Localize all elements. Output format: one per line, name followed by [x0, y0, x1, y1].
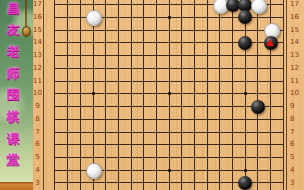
board-point-C13[interactable] — [74, 49, 87, 62]
board-point-H10[interactable] — [137, 87, 150, 100]
board-point-O5[interactable] — [214, 151, 227, 164]
board-point-O15[interactable] — [214, 24, 227, 37]
board-point-C17[interactable] — [74, 0, 87, 11]
board-point-J11[interactable] — [150, 75, 163, 88]
board-point-M7[interactable] — [188, 126, 201, 139]
board-point-Q13[interactable] — [239, 49, 252, 62]
board-point-M9[interactable] — [188, 100, 201, 113]
board-point-G13[interactable] — [125, 49, 138, 62]
board-point-J15[interactable] — [150, 24, 163, 37]
board-point-N10[interactable] — [201, 87, 214, 100]
board-point-S6[interactable] — [264, 138, 277, 151]
board-point-A9[interactable] — [49, 100, 62, 113]
board-point-D13[interactable] — [87, 49, 100, 62]
board-point-L3[interactable] — [176, 177, 189, 190]
board-point-O9[interactable] — [214, 100, 227, 113]
board-point-P12[interactable] — [226, 62, 239, 75]
board-point-M2[interactable] — [188, 189, 201, 190]
board-point-J5[interactable] — [150, 151, 163, 164]
board-point-Q15[interactable] — [239, 24, 252, 37]
board-point-P6[interactable] — [226, 138, 239, 151]
board-point-N4[interactable] — [201, 164, 214, 177]
board-point-O10[interactable] — [214, 87, 227, 100]
board-point-N3[interactable] — [201, 177, 214, 190]
board-point-Q4[interactable] — [239, 164, 252, 177]
board-point-L6[interactable] — [176, 138, 189, 151]
board-point-R12[interactable] — [252, 62, 265, 75]
board-point-B16[interactable] — [61, 11, 74, 24]
board-point-D4[interactable] — [87, 164, 100, 177]
board-point-L12[interactable] — [176, 62, 189, 75]
board-point-R8[interactable] — [252, 113, 265, 126]
board-point-F4[interactable] — [112, 164, 125, 177]
board-point-D17[interactable] — [87, 0, 100, 11]
board-point-S15[interactable] — [264, 24, 277, 37]
board-point-C4[interactable] — [74, 164, 87, 177]
board-point-B2[interactable] — [61, 189, 74, 190]
board-point-M6[interactable] — [188, 138, 201, 151]
board-point-E13[interactable] — [99, 49, 112, 62]
board-point-G9[interactable] — [125, 100, 138, 113]
board-point-P4[interactable] — [226, 164, 239, 177]
board-point-A10[interactable] — [49, 87, 62, 100]
board-point-L11[interactable] — [176, 75, 189, 88]
board-point-J10[interactable] — [150, 87, 163, 100]
board-point-M3[interactable] — [188, 177, 201, 190]
board-point-G11[interactable] — [125, 75, 138, 88]
board-point-A2[interactable] — [49, 189, 62, 190]
board-point-N6[interactable] — [201, 138, 214, 151]
board-point-N17[interactable] — [201, 0, 214, 11]
board-point-S12[interactable] — [264, 62, 277, 75]
board-point-D14[interactable] — [87, 37, 100, 50]
board-point-D10[interactable] — [87, 87, 100, 100]
board-point-C3[interactable] — [74, 177, 87, 190]
board-point-L16[interactable] — [176, 11, 189, 24]
board-point-J2[interactable] — [150, 189, 163, 190]
board-point-G15[interactable] — [125, 24, 138, 37]
board-point-S2[interactable] — [264, 189, 277, 190]
board-point-E12[interactable] — [99, 62, 112, 75]
board-point-B15[interactable] — [61, 24, 74, 37]
board-point-H15[interactable] — [137, 24, 150, 37]
board-point-R11[interactable] — [252, 75, 265, 88]
board-point-F3[interactable] — [112, 177, 125, 190]
board-point-R5[interactable] — [252, 151, 265, 164]
board-point-J6[interactable] — [150, 138, 163, 151]
board-point-K10[interactable] — [163, 87, 176, 100]
board-point-O13[interactable] — [214, 49, 227, 62]
board-point-C7[interactable] — [74, 126, 87, 139]
board-point-D16[interactable] — [87, 11, 100, 24]
board-point-Q16[interactable] — [239, 11, 252, 24]
board-point-N14[interactable] — [201, 37, 214, 50]
row-label: 6 — [33, 140, 42, 149]
board-point-K13[interactable] — [163, 49, 176, 62]
board-point-B11[interactable] — [61, 75, 74, 88]
board-point-Q14[interactable] — [239, 37, 252, 50]
go-app-window: 昌友老师围棋课堂 17161514131211109876543 1716151… — [0, 0, 304, 190]
board-point-N8[interactable] — [201, 113, 214, 126]
board-point-A13[interactable] — [49, 49, 62, 62]
board-point-C6[interactable] — [74, 138, 87, 151]
board-point-Q11[interactable] — [239, 75, 252, 88]
board-point-M11[interactable] — [188, 75, 201, 88]
board-point-Q17[interactable] — [239, 0, 252, 11]
row-label: 14 — [33, 38, 42, 47]
board-point-R6[interactable] — [252, 138, 265, 151]
board-point-O14[interactable] — [214, 37, 227, 50]
board-point-S3[interactable] — [264, 177, 277, 190]
board-point-G16[interactable] — [125, 11, 138, 24]
board-point-M10[interactable] — [188, 87, 201, 100]
board-point-B17[interactable] — [61, 0, 74, 11]
board-point-F12[interactable] — [112, 62, 125, 75]
board-point-S16[interactable] — [264, 11, 277, 24]
board-point-D7[interactable] — [87, 126, 100, 139]
board-point-N11[interactable] — [201, 75, 214, 88]
board-point-T5[interactable] — [277, 151, 290, 164]
board-point-B10[interactable] — [61, 87, 74, 100]
board-point-R10[interactable] — [252, 87, 265, 100]
board-point-O8[interactable] — [214, 113, 227, 126]
board-point-L13[interactable] — [176, 49, 189, 62]
board-point-N7[interactable] — [201, 126, 214, 139]
board-point-M5[interactable] — [188, 151, 201, 164]
board-point-D8[interactable] — [87, 113, 100, 126]
board-point-K9[interactable] — [163, 100, 176, 113]
board-point-K16[interactable] — [163, 11, 176, 24]
board-point-K5[interactable] — [163, 151, 176, 164]
board-point-J17[interactable] — [150, 0, 163, 11]
board-point-G7[interactable] — [125, 126, 138, 139]
board-point-G12[interactable] — [125, 62, 138, 75]
board-point-E8[interactable] — [99, 113, 112, 126]
board-point-C8[interactable] — [74, 113, 87, 126]
board-point-L7[interactable] — [176, 126, 189, 139]
board-point-F13[interactable] — [112, 49, 125, 62]
board-point-M8[interactable] — [188, 113, 201, 126]
board-point-F15[interactable] — [112, 24, 125, 37]
board-point-M17[interactable] — [188, 0, 201, 11]
board-point-G5[interactable] — [125, 151, 138, 164]
board-point-P3[interactable] — [226, 177, 239, 190]
board-point-B13[interactable] — [61, 49, 74, 62]
board-point-J14[interactable] — [150, 37, 163, 50]
board-point-T14[interactable] — [277, 37, 290, 50]
board-point-L2[interactable] — [176, 189, 189, 190]
board-point-T7[interactable] — [277, 126, 290, 139]
board-point-O12[interactable] — [214, 62, 227, 75]
board-point-C11[interactable] — [74, 75, 87, 88]
board-point-P10[interactable] — [226, 87, 239, 100]
board-point-S13[interactable] — [264, 49, 277, 62]
board-point-M12[interactable] — [188, 62, 201, 75]
board-point-B14[interactable] — [61, 37, 74, 50]
board-point-P7[interactable] — [226, 126, 239, 139]
board-point-P9[interactable] — [226, 100, 239, 113]
board-point-L4[interactable] — [176, 164, 189, 177]
board-point-K4[interactable] — [163, 164, 176, 177]
board-point-N2[interactable] — [201, 189, 214, 190]
board-point-S8[interactable] — [264, 113, 277, 126]
board-point-A4[interactable] — [49, 164, 62, 177]
board-point-A5[interactable] — [49, 151, 62, 164]
board-point-T16[interactable] — [277, 11, 290, 24]
board-point-B5[interactable] — [61, 151, 74, 164]
board-point-A15[interactable] — [49, 24, 62, 37]
board-point-T13[interactable] — [277, 49, 290, 62]
board-point-S5[interactable] — [264, 151, 277, 164]
board-point-S14[interactable] — [264, 37, 277, 50]
board-point-A12[interactable] — [49, 62, 62, 75]
board-point-E3[interactable] — [99, 177, 112, 190]
board-point-L8[interactable] — [176, 113, 189, 126]
board-point-O7[interactable] — [214, 126, 227, 139]
board-point-S4[interactable] — [264, 164, 277, 177]
board-point-R2[interactable] — [252, 189, 265, 190]
board-point-G6[interactable] — [125, 138, 138, 151]
board-point-N12[interactable] — [201, 62, 214, 75]
board-point-T4[interactable] — [277, 164, 290, 177]
row-label: 9 — [290, 102, 302, 111]
board-point-M16[interactable] — [188, 11, 201, 24]
board-point-H11[interactable] — [137, 75, 150, 88]
board-point-T9[interactable] — [277, 100, 290, 113]
board-point-H4[interactable] — [137, 164, 150, 177]
board-point-M14[interactable] — [188, 37, 201, 50]
board-point-P8[interactable] — [226, 113, 239, 126]
board-point-H17[interactable] — [137, 0, 150, 11]
board-point-F16[interactable] — [112, 11, 125, 24]
board-point-R3[interactable] — [252, 177, 265, 190]
board-point-R7[interactable] — [252, 126, 265, 139]
board-point-F11[interactable] — [112, 75, 125, 88]
board-point-K14[interactable] — [163, 37, 176, 50]
board-point-T8[interactable] — [277, 113, 290, 126]
board-point-A8[interactable] — [49, 113, 62, 126]
board-point-G3[interactable] — [125, 177, 138, 190]
board-point-P15[interactable] — [226, 24, 239, 37]
board-point-D6[interactable] — [87, 138, 100, 151]
board-point-C15[interactable] — [74, 24, 87, 37]
board-point-E9[interactable] — [99, 100, 112, 113]
board-point-L9[interactable] — [176, 100, 189, 113]
board-point-B9[interactable] — [61, 100, 74, 113]
board-point-M15[interactable] — [188, 24, 201, 37]
board-point-G2[interactable] — [125, 189, 138, 190]
board-point-O11[interactable] — [214, 75, 227, 88]
board-point-A17[interactable] — [49, 0, 62, 11]
board-point-G8[interactable] — [125, 113, 138, 126]
board-point-Q7[interactable] — [239, 126, 252, 139]
board-point-O6[interactable] — [214, 138, 227, 151]
board-point-C2[interactable] — [74, 189, 87, 190]
board-point-E11[interactable] — [99, 75, 112, 88]
board-point-R17[interactable] — [252, 0, 265, 11]
board-point-P17[interactable] — [226, 0, 239, 11]
board-point-T3[interactable] — [277, 177, 290, 190]
board-point-C10[interactable] — [74, 87, 87, 100]
board-point-L10[interactable] — [176, 87, 189, 100]
board-point-D2[interactable] — [87, 189, 100, 190]
board-point-J13[interactable] — [150, 49, 163, 62]
board-point-A16[interactable] — [49, 11, 62, 24]
board-point-A3[interactable] — [49, 177, 62, 190]
board-point-C12[interactable] — [74, 62, 87, 75]
board-point-H2[interactable] — [137, 189, 150, 190]
board-point-P2[interactable] — [226, 189, 239, 190]
board-point-C16[interactable] — [74, 11, 87, 24]
board-point-F17[interactable] — [112, 0, 125, 11]
board-point-R4[interactable] — [252, 164, 265, 177]
board-point-N13[interactable] — [201, 49, 214, 62]
board-point-B3[interactable] — [61, 177, 74, 190]
board-point-E5[interactable] — [99, 151, 112, 164]
board-point-D9[interactable] — [87, 100, 100, 113]
board-point-O2[interactable] — [214, 189, 227, 190]
board-point-K17[interactable] — [163, 0, 176, 11]
board-point-T17[interactable] — [277, 0, 290, 11]
board-point-F7[interactable] — [112, 126, 125, 139]
board-point-F5[interactable] — [112, 151, 125, 164]
board-point-J9[interactable] — [150, 100, 163, 113]
board-point-N5[interactable] — [201, 151, 214, 164]
board-point-A14[interactable] — [49, 37, 62, 50]
board-point-F8[interactable] — [112, 113, 125, 126]
board-point-D12[interactable] — [87, 62, 100, 75]
board-point-J4[interactable] — [150, 164, 163, 177]
board-point-B8[interactable] — [61, 113, 74, 126]
last-move-marker — [266, 39, 274, 46]
board-point-N15[interactable] — [201, 24, 214, 37]
board-point-T11[interactable] — [277, 75, 290, 88]
board-point-T2[interactable] — [277, 189, 290, 190]
board-point-R15[interactable] — [252, 24, 265, 37]
board-point-P13[interactable] — [226, 49, 239, 62]
board-point-E6[interactable] — [99, 138, 112, 151]
board-point-J3[interactable] — [150, 177, 163, 190]
board-point-K6[interactable] — [163, 138, 176, 151]
board-point-H3[interactable] — [137, 177, 150, 190]
board-point-T6[interactable] — [277, 138, 290, 151]
board-point-F14[interactable] — [112, 37, 125, 50]
board-point-D11[interactable] — [87, 75, 100, 88]
board-point-N9[interactable] — [201, 100, 214, 113]
board-point-R9[interactable] — [252, 100, 265, 113]
board-point-G17[interactable] — [125, 0, 138, 11]
board-point-H6[interactable] — [137, 138, 150, 151]
board-point-Q5[interactable] — [239, 151, 252, 164]
board-point-Q3[interactable] — [239, 177, 252, 190]
board-point-M4[interactable] — [188, 164, 201, 177]
board-point-K7[interactable] — [163, 126, 176, 139]
board-point-O3[interactable] — [214, 177, 227, 190]
board-point-H8[interactable] — [137, 113, 150, 126]
board-point-K2[interactable] — [163, 189, 176, 190]
board-point-K12[interactable] — [163, 62, 176, 75]
board-point-G10[interactable] — [125, 87, 138, 100]
board-point-N16[interactable] — [201, 11, 214, 24]
board-point-B4[interactable] — [61, 164, 74, 177]
board-point-T10[interactable] — [277, 87, 290, 100]
board-point-K11[interactable] — [163, 75, 176, 88]
board-point-S9[interactable] — [264, 100, 277, 113]
board-point-E17[interactable] — [99, 0, 112, 11]
board-point-E15[interactable] — [99, 24, 112, 37]
board-point-P14[interactable] — [226, 37, 239, 50]
board-point-G14[interactable] — [125, 37, 138, 50]
board-point-J7[interactable] — [150, 126, 163, 139]
board-point-E14[interactable] — [99, 37, 112, 50]
board-point-S10[interactable] — [264, 87, 277, 100]
board-point-K8[interactable] — [163, 113, 176, 126]
board-point-H16[interactable] — [137, 11, 150, 24]
board-point-C14[interactable] — [74, 37, 87, 50]
board-point-H5[interactable] — [137, 151, 150, 164]
board-point-H12[interactable] — [137, 62, 150, 75]
board-point-F6[interactable] — [112, 138, 125, 151]
board-point-B7[interactable] — [61, 126, 74, 139]
board-point-K15[interactable] — [163, 24, 176, 37]
board-point-L15[interactable] — [176, 24, 189, 37]
board-point-O17[interactable] — [214, 0, 227, 11]
board-point-O4[interactable] — [214, 164, 227, 177]
board-point-H13[interactable] — [137, 49, 150, 62]
board-point-L5[interactable] — [176, 151, 189, 164]
board-point-C5[interactable] — [74, 151, 87, 164]
board-point-E2[interactable] — [99, 189, 112, 190]
board-point-B6[interactable] — [61, 138, 74, 151]
board-point-Q6[interactable] — [239, 138, 252, 151]
board-point-B12[interactable] — [61, 62, 74, 75]
board-point-E7[interactable] — [99, 126, 112, 139]
board-point-P5[interactable] — [226, 151, 239, 164]
board-point-Q9[interactable] — [239, 100, 252, 113]
board-point-F10[interactable] — [112, 87, 125, 100]
board-point-L14[interactable] — [176, 37, 189, 50]
board-point-G4[interactable] — [125, 164, 138, 177]
board-point-H14[interactable] — [137, 37, 150, 50]
board-point-A6[interactable] — [49, 138, 62, 151]
board-point-Q12[interactable] — [239, 62, 252, 75]
board-point-J12[interactable] — [150, 62, 163, 75]
board-point-L17[interactable] — [176, 0, 189, 11]
board-point-S11[interactable] — [264, 75, 277, 88]
board-point-M13[interactable] — [188, 49, 201, 62]
board-point-A11[interactable] — [49, 75, 62, 88]
board-point-Q8[interactable] — [239, 113, 252, 126]
board-point-D5[interactable] — [87, 151, 100, 164]
board-point-J16[interactable] — [150, 11, 163, 24]
board-point-H9[interactable] — [137, 100, 150, 113]
board-point-P11[interactable] — [226, 75, 239, 88]
board-point-A7[interactable] — [49, 126, 62, 139]
board-point-R13[interactable] — [252, 49, 265, 62]
board-point-T12[interactable] — [277, 62, 290, 75]
board-point-Q10[interactable] — [239, 87, 252, 100]
board-point-R14[interactable] — [252, 37, 265, 50]
board-point-C9[interactable] — [74, 100, 87, 113]
board-point-H7[interactable] — [137, 126, 150, 139]
board-point-F9[interactable] — [112, 100, 125, 113]
board-point-E10[interactable] — [99, 87, 112, 100]
board-point-P16[interactable] — [226, 11, 239, 24]
board-point-F2[interactable] — [112, 189, 125, 190]
board-point-J8[interactable] — [150, 113, 163, 126]
board-point-S7[interactable] — [264, 126, 277, 139]
board-point-K3[interactable] — [163, 177, 176, 190]
